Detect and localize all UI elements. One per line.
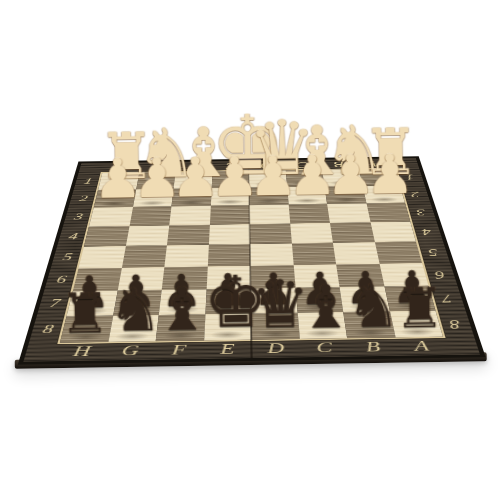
square-c2[interactable]: ♟ — [287, 186, 327, 204]
file-label-a: A — [395, 337, 448, 356]
board-tilt-wrapper: HGFEDCBA HGFEDCBA 12345678 12345678 ♜♞♝♚… — [0, 0, 500, 500]
square-e3[interactable] — [209, 205, 249, 224]
square-f2[interactable]: ♟ — [171, 188, 211, 206]
square-b3[interactable] — [327, 203, 370, 222]
square-a8[interactable]: ♜ — [389, 310, 443, 337]
square-h4[interactable] — [84, 226, 129, 247]
square-b2[interactable]: ♟ — [324, 186, 366, 204]
square-e2[interactable]: ♟ — [210, 187, 249, 205]
file-label-top-f: F — [176, 161, 213, 172]
piece-black-rook[interactable]: ♜ — [60, 285, 109, 341]
piece-white-pawn[interactable]: ♟ — [210, 150, 250, 205]
piece-black-queen[interactable]: ♛ — [250, 271, 299, 337]
square-g4[interactable] — [125, 225, 169, 246]
rank-label-right-3: 3 — [405, 202, 436, 221]
square-h8[interactable]: ♜ — [60, 315, 113, 342]
square-f8[interactable]: ♝ — [156, 314, 205, 341]
file-label-b: B — [347, 337, 399, 356]
square-g5[interactable] — [121, 245, 166, 267]
file-label-top-e: E — [212, 160, 249, 171]
square-d4[interactable] — [250, 223, 292, 244]
square-c4[interactable] — [290, 223, 333, 244]
file-label-e: E — [203, 340, 252, 359]
square-f5[interactable] — [164, 245, 208, 267]
square-d3[interactable] — [249, 204, 289, 223]
square-d8[interactable]: ♛ — [251, 312, 299, 339]
file-label-c: C — [299, 338, 350, 357]
file-label-top-c: C — [285, 159, 322, 170]
square-c5[interactable] — [291, 243, 336, 265]
piece-black-knight[interactable]: ♞ — [107, 279, 156, 340]
square-g3[interactable] — [129, 206, 171, 225]
rank-label-right-1: 1 — [395, 168, 424, 185]
file-label-top-h: H — [102, 162, 141, 173]
square-g8[interactable]: ♞ — [108, 315, 159, 342]
square-h5[interactable] — [79, 246, 126, 268]
piece-black-king[interactable]: ♚ — [203, 266, 252, 338]
board-grid: ♜♞♝♚♛♝♞♜♟♟♟♟♟♟♟♟♟♟♟♟♟♟♟♟♜♞♝♚♛♝♞♜ — [60, 168, 443, 342]
square-a3[interactable] — [366, 203, 410, 222]
piece-white-pawn[interactable]: ♟ — [326, 148, 366, 203]
square-e4[interactable] — [208, 224, 249, 245]
file-label-top-g: G — [139, 162, 177, 173]
square-f3[interactable] — [169, 206, 210, 225]
square-h3[interactable] — [89, 207, 133, 227]
square-h2[interactable]: ♟ — [94, 189, 136, 207]
file-label-f: F — [154, 340, 204, 359]
file-label-h: H — [55, 342, 107, 361]
square-g2[interactable]: ♟ — [133, 189, 174, 207]
file-label-d: D — [251, 339, 300, 358]
piece-white-pawn[interactable]: ♟ — [93, 151, 133, 206]
piece-black-bishop[interactable]: ♝ — [298, 276, 347, 337]
file-label-g: G — [104, 341, 155, 360]
rank-label-right-2: 2 — [400, 185, 430, 203]
square-c8[interactable]: ♝ — [297, 312, 347, 339]
piece-white-pawn[interactable]: ♟ — [171, 150, 211, 205]
piece-black-knight[interactable]: ♞ — [346, 276, 395, 337]
square-d2[interactable]: ♟ — [249, 187, 288, 205]
square-b5[interactable] — [333, 242, 379, 264]
board-frame: HGFEDCBA HGFEDCBA 12345678 12345678 ♜♞♝♚… — [18, 156, 486, 364]
square-a4[interactable] — [370, 221, 416, 242]
piece-black-rook[interactable]: ♜ — [394, 280, 443, 336]
chess-board: HGFEDCBA HGFEDCBA 12345678 12345678 ♜♞♝♚… — [18, 156, 486, 364]
square-f4[interactable] — [167, 225, 210, 246]
piece-black-bishop[interactable]: ♝ — [155, 279, 204, 340]
photo-background: HGFEDCBA HGFEDCBA 12345678 12345678 ♜♞♝♚… — [0, 0, 500, 500]
piece-white-pawn[interactable]: ♟ — [132, 151, 172, 206]
piece-white-pawn[interactable]: ♟ — [287, 148, 327, 203]
square-b8[interactable]: ♞ — [343, 311, 395, 338]
square-a5[interactable] — [374, 241, 422, 263]
square-a2[interactable]: ♟ — [362, 185, 405, 203]
file-label-top-d: D — [249, 160, 286, 171]
file-label-top-a: A — [356, 158, 395, 169]
file-label-top-b: B — [320, 159, 358, 170]
square-e8[interactable]: ♚ — [204, 313, 252, 340]
square-b4[interactable] — [330, 222, 374, 243]
piece-white-pawn[interactable]: ♟ — [248, 149, 288, 204]
rank-label-right-4: 4 — [410, 221, 443, 241]
square-c3[interactable] — [288, 204, 330, 223]
